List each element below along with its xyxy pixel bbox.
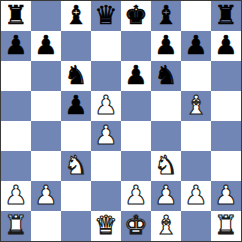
white-knight: ♞	[64, 151, 87, 180]
square-a8[interactable]: ♜	[1, 1, 31, 31]
black-pawn: ♟	[184, 31, 207, 60]
square-a5[interactable]	[1, 91, 31, 121]
black-knight: ♞	[154, 61, 177, 90]
square-e5[interactable]	[121, 91, 151, 121]
square-d2[interactable]	[91, 181, 121, 211]
square-b4[interactable]	[31, 121, 61, 151]
square-f4[interactable]	[151, 121, 181, 151]
square-g4[interactable]	[181, 121, 211, 151]
square-h8[interactable]: ♜	[211, 1, 241, 31]
chess-board: ♜♝♛♚♝♜♟♟♟♟♟♞♟♞♟♟♝♟♞♞♟♟♟♟♟♟♜♛♚♝♜	[0, 0, 242, 242]
square-f6[interactable]: ♞	[151, 61, 181, 91]
white-bishop: ♝	[154, 211, 177, 240]
square-a1[interactable]: ♜	[1, 211, 31, 241]
white-pawn: ♟	[214, 181, 237, 210]
white-pawn: ♟	[154, 181, 177, 210]
square-d5[interactable]: ♟	[91, 91, 121, 121]
black-pawn: ♟	[4, 31, 27, 60]
square-f1[interactable]: ♝	[151, 211, 181, 241]
square-g5[interactable]: ♝	[181, 91, 211, 121]
square-e3[interactable]	[121, 151, 151, 181]
white-pawn: ♟	[94, 91, 117, 120]
square-g7[interactable]: ♟	[181, 31, 211, 61]
white-bishop: ♝	[184, 91, 207, 120]
white-pawn: ♟	[184, 181, 207, 210]
square-c1[interactable]	[61, 211, 91, 241]
square-a4[interactable]	[1, 121, 31, 151]
white-pawn: ♟	[94, 121, 117, 150]
square-c7[interactable]	[61, 31, 91, 61]
square-h7[interactable]: ♟	[211, 31, 241, 61]
square-d8[interactable]: ♛	[91, 1, 121, 31]
square-g3[interactable]	[181, 151, 211, 181]
square-g1[interactable]	[181, 211, 211, 241]
square-b1[interactable]	[31, 211, 61, 241]
square-a3[interactable]	[1, 151, 31, 181]
white-pawn: ♟	[4, 181, 27, 210]
square-e2[interactable]: ♟	[121, 181, 151, 211]
square-g6[interactable]	[181, 61, 211, 91]
black-king: ♚	[124, 1, 147, 30]
square-h2[interactable]: ♟	[211, 181, 241, 211]
square-f2[interactable]: ♟	[151, 181, 181, 211]
square-b2[interactable]: ♟	[31, 181, 61, 211]
square-c4[interactable]	[61, 121, 91, 151]
square-e6[interactable]: ♟	[121, 61, 151, 91]
black-queen: ♛	[94, 1, 117, 30]
square-h1[interactable]: ♜	[211, 211, 241, 241]
black-pawn: ♟	[214, 31, 237, 60]
square-f3[interactable]: ♞	[151, 151, 181, 181]
square-b5[interactable]	[31, 91, 61, 121]
square-h4[interactable]	[211, 121, 241, 151]
square-e1[interactable]: ♚	[121, 211, 151, 241]
square-c2[interactable]	[61, 181, 91, 211]
square-e7[interactable]	[121, 31, 151, 61]
square-d6[interactable]	[91, 61, 121, 91]
white-rook: ♜	[4, 211, 27, 240]
square-b8[interactable]	[31, 1, 61, 31]
black-rook: ♜	[4, 1, 27, 30]
white-pawn: ♟	[124, 181, 147, 210]
black-knight: ♞	[64, 61, 87, 90]
square-d1[interactable]: ♛	[91, 211, 121, 241]
white-queen: ♛	[94, 211, 117, 240]
square-c8[interactable]: ♝	[61, 1, 91, 31]
black-pawn: ♟	[124, 61, 147, 90]
square-d4[interactable]: ♟	[91, 121, 121, 151]
square-g8[interactable]	[181, 1, 211, 31]
square-c5[interactable]: ♟	[61, 91, 91, 121]
black-pawn: ♟	[64, 91, 87, 120]
square-h3[interactable]	[211, 151, 241, 181]
white-knight: ♞	[154, 151, 177, 180]
square-g2[interactable]: ♟	[181, 181, 211, 211]
square-c6[interactable]: ♞	[61, 61, 91, 91]
square-d3[interactable]	[91, 151, 121, 181]
square-b3[interactable]	[31, 151, 61, 181]
black-pawn: ♟	[34, 31, 57, 60]
square-f5[interactable]	[151, 91, 181, 121]
square-a6[interactable]	[1, 61, 31, 91]
square-h5[interactable]	[211, 91, 241, 121]
square-e8[interactable]: ♚	[121, 1, 151, 31]
square-a7[interactable]: ♟	[1, 31, 31, 61]
black-bishop: ♝	[64, 1, 87, 30]
square-h6[interactable]	[211, 61, 241, 91]
square-b6[interactable]	[31, 61, 61, 91]
black-pawn: ♟	[154, 31, 177, 60]
square-b7[interactable]: ♟	[31, 31, 61, 61]
white-pawn: ♟	[34, 181, 57, 210]
black-bishop: ♝	[154, 1, 177, 30]
square-a2[interactable]: ♟	[1, 181, 31, 211]
square-c3[interactable]: ♞	[61, 151, 91, 181]
square-f7[interactable]: ♟	[151, 31, 181, 61]
square-e4[interactable]	[121, 121, 151, 151]
black-rook: ♜	[214, 1, 237, 30]
white-rook: ♜	[214, 211, 237, 240]
square-d7[interactable]	[91, 31, 121, 61]
square-f8[interactable]: ♝	[151, 1, 181, 31]
white-king: ♚	[124, 211, 147, 240]
